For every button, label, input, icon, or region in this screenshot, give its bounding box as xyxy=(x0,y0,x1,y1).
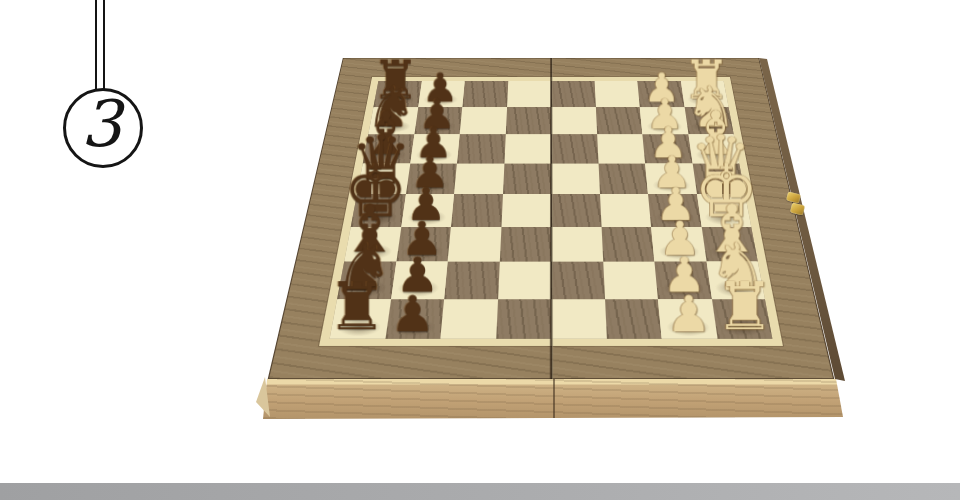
board-square xyxy=(551,227,603,262)
board-square xyxy=(460,107,507,134)
board-square xyxy=(499,227,551,262)
board-square xyxy=(551,163,600,194)
step-marker: 3 xyxy=(63,88,143,168)
board-square xyxy=(504,134,551,163)
board-square xyxy=(551,299,606,339)
chess-piece-white-rook: ♜ xyxy=(715,275,774,338)
board-square xyxy=(498,262,551,299)
board-square: ♜ xyxy=(330,299,391,339)
board-square xyxy=(598,163,648,194)
chess-board: ♜♟♟♜♞♟♟♞♝♟♟♝♛♟♟♛♚♟♟♚♝♟♟♝♞♟♟♞♜♟♟♜ xyxy=(268,58,835,379)
board-square: ♜ xyxy=(711,299,772,339)
board-box-front-face xyxy=(262,377,844,419)
board-square xyxy=(501,194,551,227)
board-square xyxy=(551,194,601,227)
board-square xyxy=(551,262,604,299)
board-square: ♟ xyxy=(658,299,717,339)
board-square xyxy=(603,262,658,299)
chess-piece-black-rook: ♜ xyxy=(328,275,387,338)
board-square xyxy=(448,227,501,262)
board-square xyxy=(551,107,597,134)
board-square xyxy=(451,194,503,227)
board-fold-seam xyxy=(549,58,553,379)
board-square xyxy=(444,262,499,299)
board-square: ♟ xyxy=(385,299,444,339)
board-square xyxy=(496,299,551,339)
board-square xyxy=(600,194,652,227)
board-square xyxy=(601,227,654,262)
board-square xyxy=(551,134,598,163)
step-marker-number: 3 xyxy=(81,92,122,156)
board-square xyxy=(597,134,645,163)
board-square xyxy=(595,107,642,134)
board-square xyxy=(454,163,504,194)
board-square xyxy=(604,299,661,339)
board-square xyxy=(503,163,552,194)
step-marker-leader-line xyxy=(95,0,105,90)
page-section-divider-bar xyxy=(0,483,960,500)
board-square xyxy=(507,81,551,107)
chessboard-scene: ♜♟♟♜♞♟♟♞♝♟♟♝♛♟♟♛♚♟♟♚♝♟♟♝♞♟♟♞♜♟♟♜ xyxy=(311,0,791,424)
board-square xyxy=(457,134,505,163)
board-square xyxy=(505,107,551,134)
board-square xyxy=(551,81,595,107)
board-square xyxy=(440,299,497,339)
board-square xyxy=(594,81,640,107)
chess-piece-white-pawn: ♟ xyxy=(667,290,712,338)
chess-piece-black-pawn: ♟ xyxy=(390,290,435,338)
board-square xyxy=(462,81,508,107)
